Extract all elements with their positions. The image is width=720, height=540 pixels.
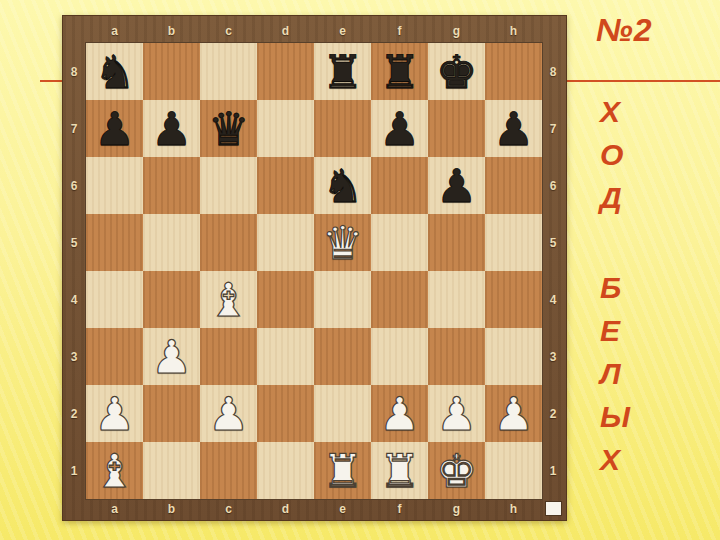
rank-label-6: 6 [542, 157, 564, 214]
piece-white-bishop-c4: ♝ [208, 277, 249, 323]
square-a5 [86, 214, 143, 271]
square-f5 [371, 214, 428, 271]
side-note: Х О ДБ Е Л Ы Х [600, 90, 660, 481]
square-f1: ♜ [371, 442, 428, 499]
piece-white-pawn-a2: ♟ [94, 391, 135, 437]
chess-board: abcdefgh abcdefgh 87654321 87654321 ♞♜♜♚… [62, 15, 567, 521]
rank-label-2: 2 [542, 385, 564, 442]
rank-label-7: 7 [63, 100, 85, 157]
piece-white-queen-e5: ♛ [322, 220, 363, 266]
piece-black-knight-a8: ♞ [94, 49, 135, 95]
square-d4 [257, 271, 314, 328]
square-f6 [371, 157, 428, 214]
file-label-g: g [428, 500, 485, 517]
piece-black-pawn-h7: ♟ [493, 106, 534, 152]
square-c5 [200, 214, 257, 271]
piece-black-pawn-b7: ♟ [151, 106, 192, 152]
square-c7: ♛ [200, 100, 257, 157]
square-d1 [257, 442, 314, 499]
piece-white-rook-f1: ♜ [379, 448, 420, 494]
square-g3 [428, 328, 485, 385]
square-e6: ♞ [314, 157, 371, 214]
square-e7 [314, 100, 371, 157]
puzzle-number: №2 [596, 12, 652, 49]
square-c4: ♝ [200, 271, 257, 328]
square-h3 [485, 328, 542, 385]
square-d5 [257, 214, 314, 271]
file-labels-bottom: abcdefgh [86, 500, 542, 517]
square-g2: ♟ [428, 385, 485, 442]
piece-black-knight-e6: ♞ [322, 163, 363, 209]
rank-label-1: 1 [63, 442, 85, 499]
rank-label-5: 5 [63, 214, 85, 271]
board-grid: ♞♜♜♚♟♟♛♟♟♞♟♛♝♟♟♟♟♟♟♝♜♜♚ [86, 43, 542, 499]
square-c8 [200, 43, 257, 100]
slide-background: { "game": "chess", "position": { "fen": … [0, 0, 720, 540]
square-g7 [428, 100, 485, 157]
piece-black-pawn-g6: ♟ [436, 163, 477, 209]
square-h6 [485, 157, 542, 214]
file-label-e: e [314, 22, 371, 39]
square-h8 [485, 43, 542, 100]
square-h5 [485, 214, 542, 271]
piece-white-pawn-b3: ♟ [151, 334, 192, 380]
rank-label-3: 3 [63, 328, 85, 385]
square-e1: ♜ [314, 442, 371, 499]
file-label-h: h [485, 22, 542, 39]
piece-white-pawn-g2: ♟ [436, 391, 477, 437]
side-note-hod: Х О Д [600, 95, 623, 214]
square-b6 [143, 157, 200, 214]
file-label-b: b [143, 500, 200, 517]
rank-label-6: 6 [63, 157, 85, 214]
rank-label-1: 1 [542, 442, 564, 499]
rank-labels-right: 87654321 [542, 43, 564, 499]
square-d3 [257, 328, 314, 385]
file-label-a: a [86, 500, 143, 517]
square-h2: ♟ [485, 385, 542, 442]
file-label-b: b [143, 22, 200, 39]
rank-label-3: 3 [542, 328, 564, 385]
square-f7: ♟ [371, 100, 428, 157]
file-label-e: e [314, 500, 371, 517]
square-g6: ♟ [428, 157, 485, 214]
piece-black-king-g8: ♚ [436, 49, 477, 95]
piece-white-bishop-a1: ♝ [94, 448, 135, 494]
side-note-belyh: Б Е Л Ы Х [600, 266, 660, 481]
square-e5: ♛ [314, 214, 371, 271]
file-label-a: a [86, 22, 143, 39]
file-label-g: g [428, 22, 485, 39]
file-labels-top: abcdefgh [86, 22, 542, 39]
white-to-move-indicator [545, 501, 562, 516]
file-label-f: f [371, 22, 428, 39]
square-d6 [257, 157, 314, 214]
file-label-d: d [257, 22, 314, 39]
rank-label-4: 4 [542, 271, 564, 328]
square-a4 [86, 271, 143, 328]
square-h7: ♟ [485, 100, 542, 157]
square-b5 [143, 214, 200, 271]
square-d2 [257, 385, 314, 442]
square-e2 [314, 385, 371, 442]
piece-black-queen-c7: ♛ [208, 106, 249, 152]
square-h1 [485, 442, 542, 499]
square-g1: ♚ [428, 442, 485, 499]
square-b7: ♟ [143, 100, 200, 157]
square-g8: ♚ [428, 43, 485, 100]
square-h4 [485, 271, 542, 328]
square-g5 [428, 214, 485, 271]
file-label-h: h [485, 500, 542, 517]
square-e8: ♜ [314, 43, 371, 100]
square-a8: ♞ [86, 43, 143, 100]
square-f3 [371, 328, 428, 385]
rank-label-8: 8 [63, 43, 85, 100]
square-b4 [143, 271, 200, 328]
square-c6 [200, 157, 257, 214]
square-b8 [143, 43, 200, 100]
square-a2: ♟ [86, 385, 143, 442]
file-label-c: c [200, 500, 257, 517]
square-c2: ♟ [200, 385, 257, 442]
square-c1 [200, 442, 257, 499]
square-a1: ♝ [86, 442, 143, 499]
square-c3 [200, 328, 257, 385]
piece-white-pawn-h2: ♟ [493, 391, 534, 437]
file-label-d: d [257, 500, 314, 517]
piece-white-rook-e1: ♜ [322, 448, 363, 494]
piece-white-pawn-c2: ♟ [208, 391, 249, 437]
piece-black-rook-f8: ♜ [379, 49, 420, 95]
square-e4 [314, 271, 371, 328]
square-d7 [257, 100, 314, 157]
square-f4 [371, 271, 428, 328]
square-d8 [257, 43, 314, 100]
file-label-c: c [200, 22, 257, 39]
rank-label-5: 5 [542, 214, 564, 271]
rank-label-4: 4 [63, 271, 85, 328]
square-f8: ♜ [371, 43, 428, 100]
rank-label-7: 7 [542, 100, 564, 157]
square-g4 [428, 271, 485, 328]
piece-black-pawn-a7: ♟ [94, 106, 135, 152]
piece-white-pawn-f2: ♟ [379, 391, 420, 437]
piece-white-king-g1: ♚ [436, 448, 477, 494]
rank-label-8: 8 [542, 43, 564, 100]
square-a6 [86, 157, 143, 214]
square-f2: ♟ [371, 385, 428, 442]
rank-label-2: 2 [63, 385, 85, 442]
square-b1 [143, 442, 200, 499]
rank-labels-left: 87654321 [63, 43, 85, 499]
square-a7: ♟ [86, 100, 143, 157]
piece-black-pawn-f7: ♟ [379, 106, 420, 152]
piece-black-rook-e8: ♜ [322, 49, 363, 95]
square-a3 [86, 328, 143, 385]
file-label-f: f [371, 500, 428, 517]
square-e3 [314, 328, 371, 385]
square-b3: ♟ [143, 328, 200, 385]
square-b2 [143, 385, 200, 442]
